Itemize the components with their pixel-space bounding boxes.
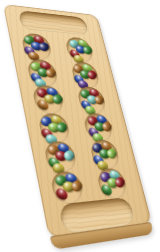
photo-background	[0, 0, 160, 252]
pit-L3[interactable]	[31, 85, 65, 113]
pit-L4[interactable]	[37, 113, 71, 143]
pit-L6[interactable]	[49, 170, 85, 204]
pit-L5[interactable]	[43, 141, 78, 173]
mancala-board	[3, 4, 155, 250]
pit-L2[interactable]	[26, 58, 59, 86]
pit-L1[interactable]	[21, 33, 54, 61]
stone-navy	[37, 41, 51, 53]
